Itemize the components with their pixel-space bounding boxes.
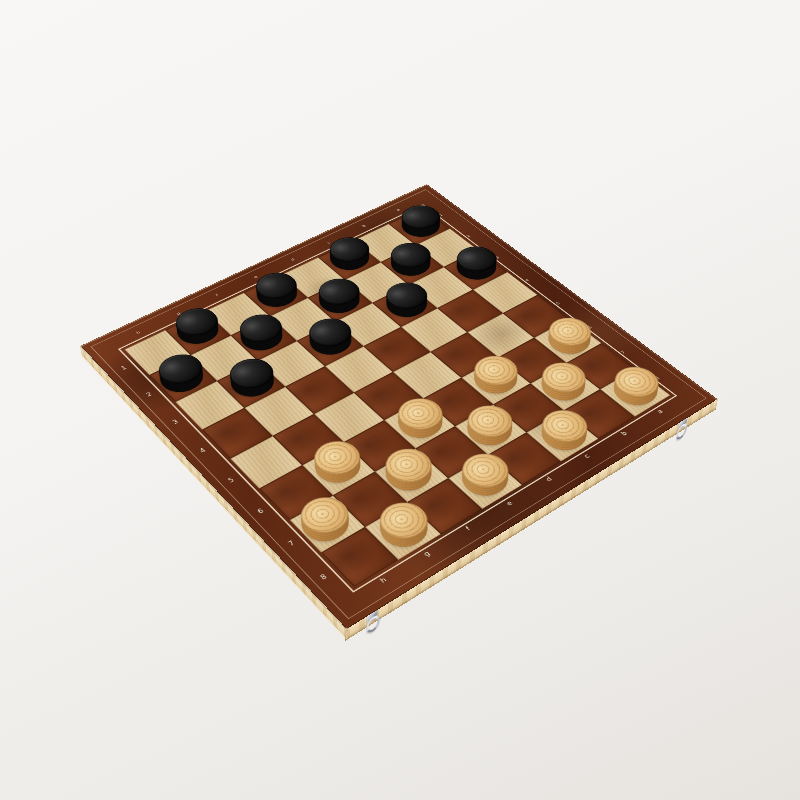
- file-label-far-d: d: [290, 258, 296, 262]
- file-label-far-f: f: [215, 294, 220, 297]
- rank-label-1: 1: [120, 365, 128, 371]
- rank-label-far-2: 2: [466, 234, 472, 238]
- rank-label-far-4: 4: [524, 278, 530, 282]
- rank-label-5: 5: [227, 477, 236, 484]
- rank-label-2: 2: [145, 392, 153, 398]
- file-label-g: g: [422, 550, 431, 557]
- rank-label-8: 8: [319, 573, 328, 581]
- clasp-right-plate: [678, 418, 688, 430]
- file-label-far-h: h: [136, 331, 142, 335]
- file-label-f: f: [464, 526, 471, 532]
- rank-label-far-7: 7: [620, 350, 627, 354]
- rank-label-4: 4: [199, 447, 207, 454]
- file-label-d: d: [545, 476, 554, 483]
- file-label-far-a: a: [396, 208, 402, 212]
- rank-label-far-5: 5: [555, 302, 561, 306]
- file-label-a: a: [656, 409, 665, 415]
- file-label-e: e: [505, 500, 514, 507]
- rank-label-3: 3: [172, 419, 180, 425]
- clasp-near-plate: [367, 610, 378, 624]
- folding-wooden-board: 1122334455667788hhggffeeddccbbaa: [81, 184, 718, 629]
- file-label-b: b: [620, 430, 629, 436]
- product-photo-scene: 1122334455667788hhggffeeddccbbaa: [0, 0, 800, 800]
- file-label-h: h: [379, 577, 388, 585]
- file-label-c: c: [583, 453, 591, 459]
- file-label-far-b: b: [361, 224, 367, 228]
- rank-label-6: 6: [257, 508, 266, 515]
- rank-label-7: 7: [287, 540, 296, 547]
